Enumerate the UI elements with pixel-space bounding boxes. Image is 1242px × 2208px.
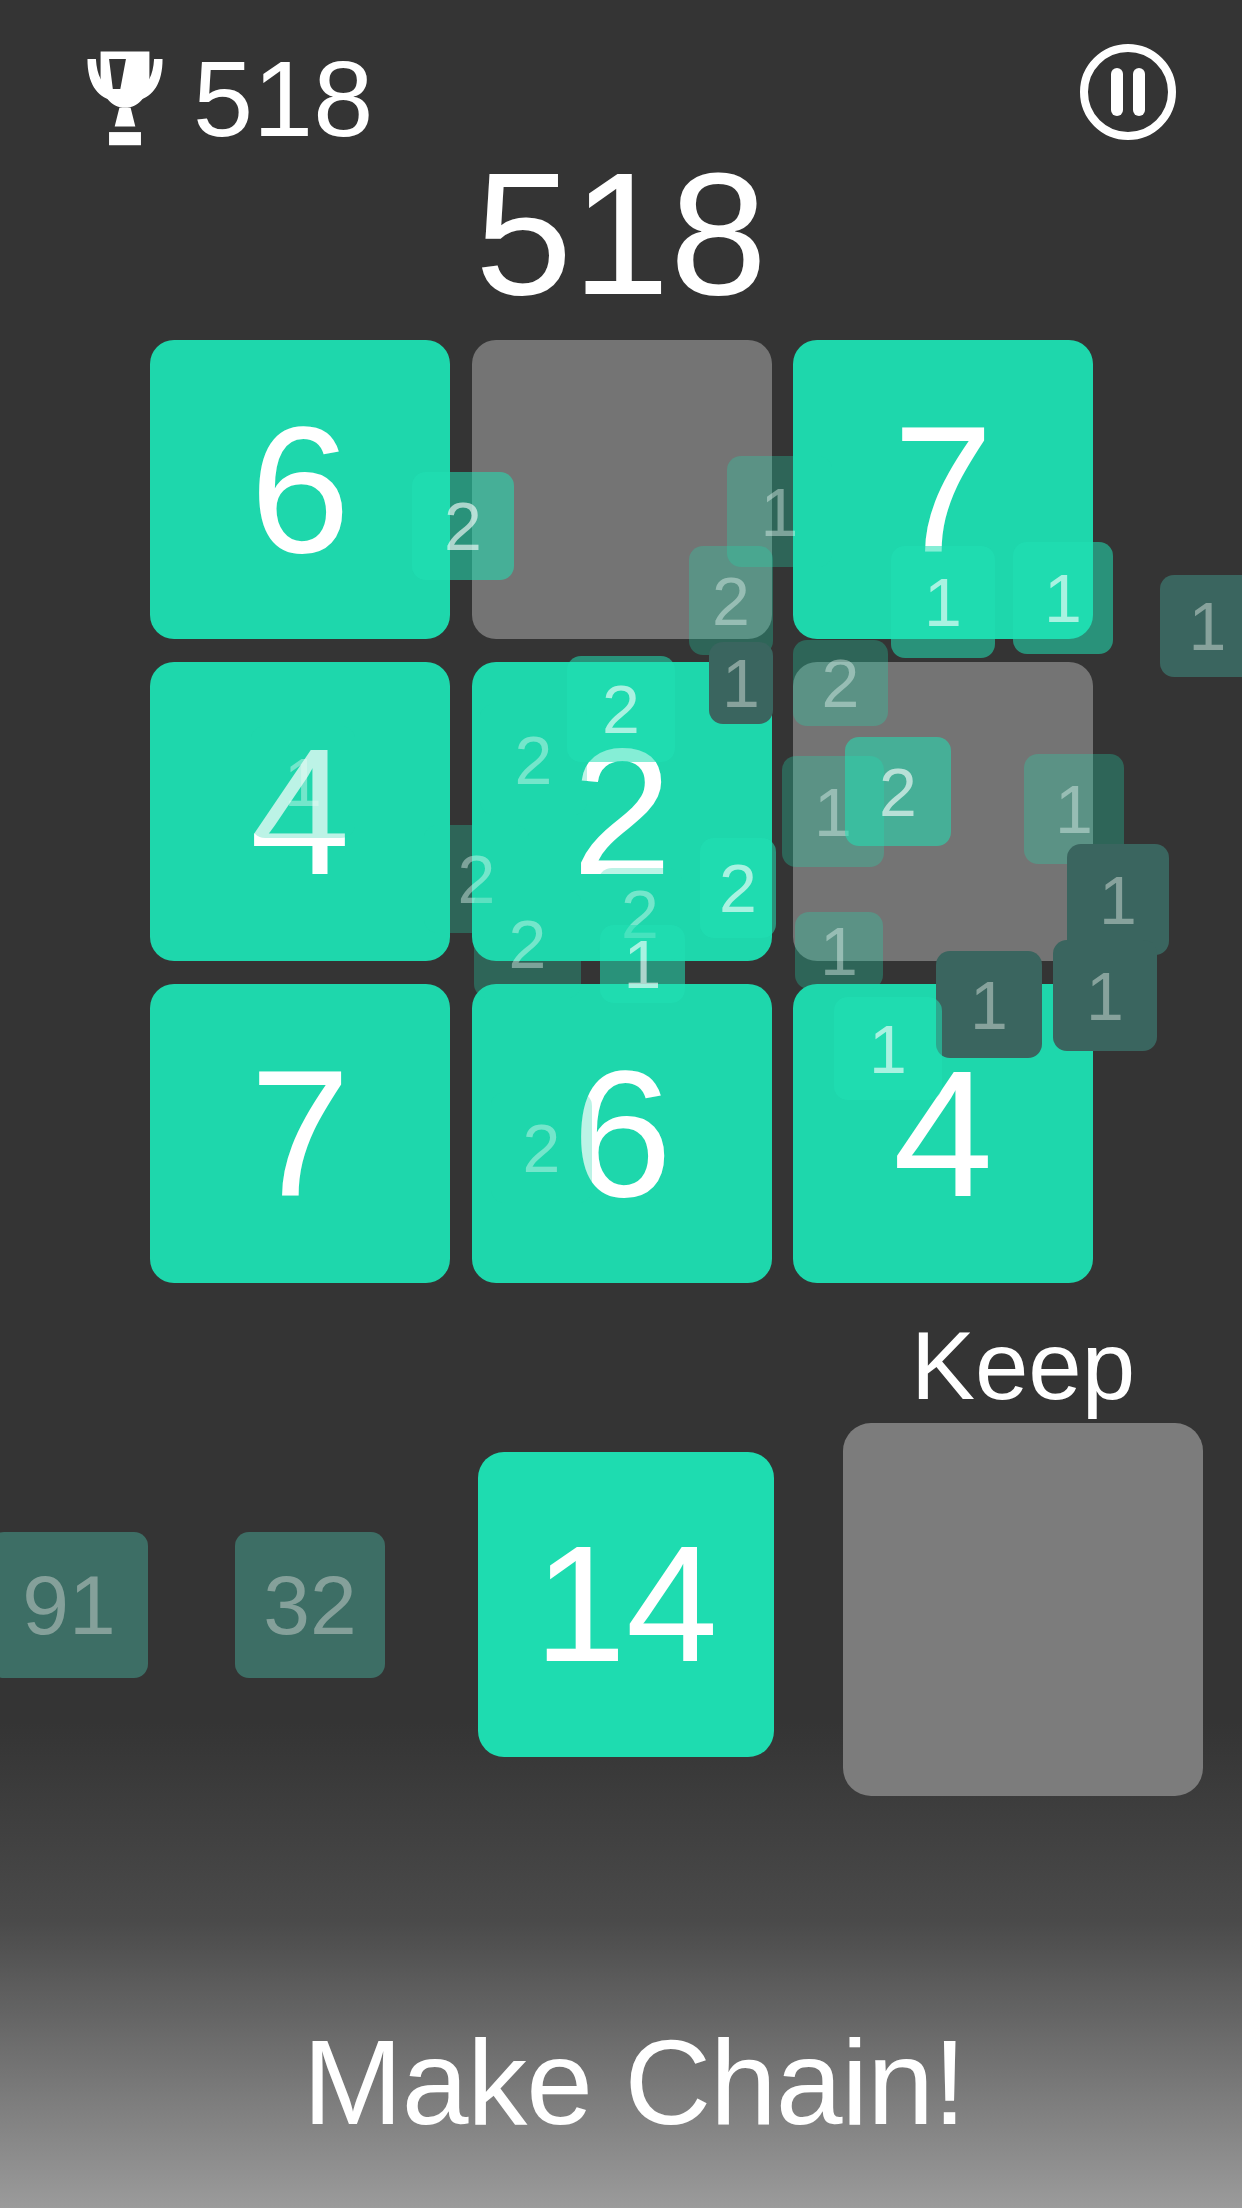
ghost-tile-2-17: 2: [567, 656, 675, 762]
ghost-tile-1-13: 1: [936, 951, 1042, 1058]
ghost-tile-1-15: 1: [251, 726, 355, 838]
ghost-tile-1-12: 1: [795, 912, 883, 989]
ghost-tile-1-5: 1: [1160, 575, 1242, 677]
score-value: 518: [0, 146, 1242, 321]
queue-tile-32: 32: [235, 1532, 385, 1678]
ghost-tile-2-2: 2: [689, 546, 773, 655]
keep-slot[interactable]: [843, 1423, 1203, 1796]
ghost-tile-1-7: 1: [709, 642, 773, 724]
banner-text: Make Chain!: [13, 2022, 1242, 2142]
game-screen: 518 518 6742764 212111211211111122222122…: [0, 0, 1242, 2208]
ghost-tile-1-21: 1: [600, 925, 685, 1003]
ghost-tile-1-11: 1: [1067, 844, 1169, 955]
queue-tile-91: 91: [0, 1532, 148, 1678]
ghost-tile-2-9: 2: [845, 737, 951, 846]
ghost-tile-2-22: 2: [700, 838, 776, 938]
pause-icon: [1078, 40, 1178, 144]
ghost-tile-2-19: 2: [474, 890, 581, 998]
board-tile-7-r2c0[interactable]: 7: [150, 984, 450, 1283]
ghost-tile-1-14: 1: [1053, 940, 1157, 1051]
ghost-tile-1-4: 1: [1013, 542, 1113, 654]
pause-button[interactable]: [1078, 40, 1178, 144]
ghost-tile-2-0: 2: [412, 472, 514, 580]
ghost-tile-1-24: 1: [834, 997, 942, 1100]
best-score-value: 518: [193, 45, 373, 153]
ghost-tile-1-3: 1: [891, 546, 995, 658]
current-tile[interactable]: 14: [478, 1452, 774, 1757]
ghost-tile-2-23: 2: [491, 1092, 592, 1203]
keep-label: Keep: [843, 1318, 1203, 1414]
board-tile-6-r0c0[interactable]: 6: [150, 340, 450, 639]
ghost-tile-2-6: 2: [793, 640, 888, 726]
